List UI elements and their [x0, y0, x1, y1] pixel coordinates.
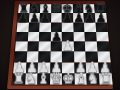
- square-c7[interactable]: ♟: [40, 13, 51, 22]
- black-pawn[interactable]: ♟: [29, 11, 40, 23]
- square-f4[interactable]: [74, 41, 86, 51]
- square-a7[interactable]: ♟: [17, 13, 29, 22]
- square-c6[interactable]: [39, 22, 51, 31]
- square-g5[interactable]: [85, 32, 97, 42]
- square-c1[interactable]: ♝: [37, 73, 50, 84]
- white-bishop[interactable]: ♝: [37, 72, 49, 86]
- square-f1[interactable]: ♝: [74, 73, 87, 84]
- black-pawn[interactable]: ♟: [62, 11, 73, 23]
- square-a4[interactable]: [15, 41, 27, 51]
- square-e6[interactable]: [62, 22, 73, 31]
- white-queen[interactable]: ♛: [50, 72, 62, 86]
- square-f7[interactable]: ♟: [73, 13, 84, 22]
- board-frame: ♜♞♝♛♚♝♞♜♟♟♟♟♟♟♟♟♟♟♟♟♟♟♟♟♜♞♝♛♚♝♞♜: [7, 1, 113, 89]
- square-b6[interactable]: [28, 22, 40, 31]
- square-h4[interactable]: [97, 41, 109, 51]
- square-g1[interactable]: ♞: [87, 73, 100, 84]
- square-h7[interactable]: ♟: [95, 13, 107, 22]
- square-d1[interactable]: ♛: [50, 73, 62, 84]
- square-b1[interactable]: ♞: [25, 73, 38, 84]
- square-c4[interactable]: [39, 41, 51, 51]
- black-queen[interactable]: ♛: [51, 2, 62, 14]
- square-d8[interactable]: ♛: [51, 4, 62, 13]
- square-b4[interactable]: [27, 41, 39, 51]
- white-bishop[interactable]: ♝: [75, 72, 87, 86]
- square-d7[interactable]: [51, 13, 62, 22]
- square-f5[interactable]: [73, 32, 85, 42]
- white-rook[interactable]: ♜: [100, 72, 112, 86]
- chess-board: ♜♞♝♛♚♝♞♜♟♟♟♟♟♟♟♟♟♟♟♟♟♟♟♟♜♞♝♛♚♝♞♜: [11, 4, 108, 86]
- square-g4[interactable]: [85, 41, 97, 51]
- white-pawn[interactable]: ♟: [62, 40, 74, 53]
- black-pawn[interactable]: ♟: [40, 11, 51, 23]
- square-g6[interactable]: [84, 22, 96, 31]
- square-g7[interactable]: ♟: [84, 13, 96, 22]
- square-b7[interactable]: ♟: [29, 13, 40, 22]
- white-king[interactable]: ♚: [62, 72, 74, 86]
- white-knight[interactable]: ♞: [87, 72, 99, 86]
- black-pawn[interactable]: ♟: [17, 11, 28, 23]
- square-b5[interactable]: [27, 32, 39, 42]
- square-a1[interactable]: ♜: [12, 73, 25, 84]
- white-knight[interactable]: ♞: [25, 72, 37, 86]
- square-c5[interactable]: [39, 32, 51, 42]
- square-h1[interactable]: ♜: [99, 73, 112, 84]
- white-rook[interactable]: ♜: [12, 72, 24, 86]
- black-pawn[interactable]: ♟: [84, 11, 95, 23]
- black-pawn[interactable]: ♟: [51, 30, 63, 43]
- square-h6[interactable]: [95, 22, 107, 31]
- chess-app-screen: ♜♞♝♛♚♝♞♜♟♟♟♟♟♟♟♟♟♟♟♟♟♟♟♟♜♞♝♛♚♝♞♜: [0, 0, 120, 90]
- square-e1[interactable]: ♚: [62, 73, 75, 84]
- square-a5[interactable]: [16, 32, 28, 42]
- square-f6[interactable]: [73, 22, 85, 31]
- black-pawn[interactable]: ♟: [95, 11, 106, 23]
- square-e4[interactable]: ♟: [62, 41, 74, 51]
- square-e3[interactable]: [62, 52, 74, 63]
- square-e7[interactable]: ♟: [62, 13, 73, 22]
- square-a6[interactable]: [17, 22, 29, 31]
- square-d5[interactable]: ♟: [51, 32, 63, 42]
- square-h5[interactable]: [96, 32, 108, 42]
- black-pawn[interactable]: ♟: [73, 11, 84, 23]
- square-d4[interactable]: [50, 41, 62, 51]
